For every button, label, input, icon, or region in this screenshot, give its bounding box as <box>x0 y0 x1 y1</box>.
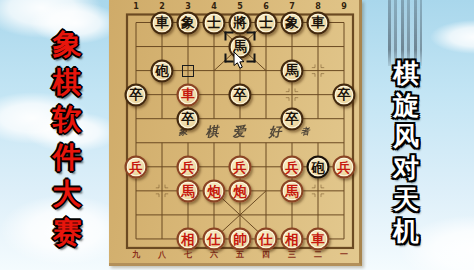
piece-black-soldier[interactable]: 卒 <box>333 83 356 106</box>
river-watermark-char: 者 <box>300 125 310 139</box>
event-title-char: 软 <box>45 101 89 139</box>
piece-red-horse[interactable]: 馬 <box>281 179 304 202</box>
column-label-red: 七 <box>184 251 192 259</box>
piece-glyph: 卒 <box>233 88 247 102</box>
piece-black-elephant[interactable]: 象 <box>281 11 304 34</box>
piece-red-elephant[interactable]: 相 <box>177 227 200 250</box>
piece-glyph: 兵 <box>129 160 143 174</box>
piece-glyph: 馬 <box>285 64 299 78</box>
piece-red-cannon[interactable]: 炮 <box>203 179 226 202</box>
piece-black-soldier[interactable]: 卒 <box>229 83 252 106</box>
piece-glyph: 砲 <box>155 64 169 78</box>
piece-glyph: 炮 <box>233 184 247 198</box>
column-label-black: 7 <box>289 3 295 11</box>
piece-black-chariot[interactable]: 車 <box>307 11 330 34</box>
piece-glyph: 仕 <box>207 232 221 246</box>
piece-red-soldier[interactable]: 兵 <box>177 155 200 178</box>
piece-glyph: 仕 <box>259 232 273 246</box>
piece-glyph: 馬 <box>285 184 299 198</box>
river-watermark-char: 好 <box>268 123 282 142</box>
event-title-banner: 象棋软件大赛 <box>45 26 89 251</box>
column-label-black: 2 <box>159 3 165 11</box>
piece-black-cannon[interactable]: 砲 <box>307 155 330 178</box>
event-title-char: 象 <box>45 26 89 64</box>
piece-black-soldier[interactable]: 卒 <box>281 107 304 130</box>
piece-red-advisor[interactable]: 仕 <box>203 227 226 250</box>
piece-red-soldier[interactable]: 兵 <box>333 155 356 178</box>
event-title-char: 赛 <box>45 214 89 252</box>
motion-blur-streaks <box>388 0 422 66</box>
piece-glyph: 車 <box>311 16 325 30</box>
piece-black-soldier[interactable]: 卒 <box>177 107 200 130</box>
piece-red-horse[interactable]: 馬 <box>177 179 200 202</box>
piece-glyph: 兵 <box>181 160 195 174</box>
piece-glyph: 馬 <box>181 184 195 198</box>
event-title-char: 大 <box>45 176 89 214</box>
piece-red-advisor[interactable]: 仕 <box>255 227 278 250</box>
piece-glyph: 車 <box>155 16 169 30</box>
match-title-char: 旋 <box>384 90 428 122</box>
mouse-cursor-icon <box>233 52 246 70</box>
piece-red-soldier[interactable]: 兵 <box>229 155 252 178</box>
piece-glyph: 象 <box>181 16 195 30</box>
piece-red-general[interactable]: 帥 <box>229 227 252 250</box>
cloud <box>430 20 474 54</box>
piece-black-chariot[interactable]: 車 <box>151 11 174 34</box>
column-label-black: 6 <box>263 3 269 11</box>
piece-glyph: 卒 <box>285 112 299 126</box>
piece-red-chariot[interactable]: 車 <box>177 83 200 106</box>
piece-glyph: 士 <box>207 16 221 30</box>
piece-glyph: 兵 <box>337 160 351 174</box>
piece-black-elephant[interactable]: 象 <box>177 11 200 34</box>
piece-glyph: 砲 <box>311 160 325 174</box>
piece-glyph: 兵 <box>285 160 299 174</box>
piece-black-soldier[interactable]: 卒 <box>125 83 148 106</box>
event-title-char: 棋 <box>45 64 89 102</box>
video-frame: 象棋软件大赛 棋旋风对天机 123456789九八七六五四三二一 象棋爱好者 車… <box>0 0 474 270</box>
piece-glyph: 士 <box>259 16 273 30</box>
piece-glyph: 將 <box>233 16 247 30</box>
column-label-black: 8 <box>315 3 321 11</box>
piece-glyph: 車 <box>311 232 325 246</box>
piece-glyph: 帥 <box>233 232 247 246</box>
column-label-red: 八 <box>158 251 166 259</box>
column-label-red: 三 <box>288 251 296 259</box>
piece-glyph: 車 <box>181 88 195 102</box>
column-label-red: 九 <box>132 251 140 259</box>
piece-glyph: 象 <box>285 16 299 30</box>
river-watermark-char: 爱 <box>232 123 246 142</box>
piece-red-cannon[interactable]: 炮 <box>229 179 252 202</box>
piece-glyph: 相 <box>181 232 195 246</box>
column-label-red: 二 <box>314 251 322 259</box>
piece-glyph: 相 <box>285 232 299 246</box>
match-title-char: 机 <box>384 216 428 248</box>
column-label-black: 3 <box>185 3 191 11</box>
match-title-banner: 棋旋风对天机 <box>384 58 428 247</box>
piece-black-horse[interactable]: 馬 <box>281 59 304 82</box>
column-label-black: 9 <box>341 3 347 11</box>
river-watermark-char: 棋 <box>205 123 219 142</box>
piece-glyph: 炮 <box>207 184 221 198</box>
piece-red-elephant[interactable]: 相 <box>281 227 304 250</box>
piece-black-advisor[interactable]: 士 <box>255 11 278 34</box>
column-label-black: 4 <box>211 3 217 11</box>
column-label-red: 六 <box>210 251 218 259</box>
piece-glyph: 卒 <box>181 112 195 126</box>
xiangqi-board[interactable]: 123456789九八七六五四三二一 象棋爱好者 車象士將士象車馬砲馬卒卒卒卒卒… <box>109 0 362 266</box>
piece-black-advisor[interactable]: 士 <box>203 11 226 34</box>
piece-black-cannon[interactable]: 砲 <box>151 59 174 82</box>
piece-glyph: 兵 <box>233 160 247 174</box>
piece-red-soldier[interactable]: 兵 <box>281 155 304 178</box>
match-title-char: 天 <box>384 184 428 216</box>
column-label-red: 四 <box>262 251 270 259</box>
piece-glyph: 卒 <box>337 88 351 102</box>
piece-red-soldier[interactable]: 兵 <box>125 155 148 178</box>
match-title-char: 风 <box>384 121 428 153</box>
event-title-char: 件 <box>45 139 89 177</box>
move-from-marker <box>182 65 194 77</box>
column-label-black: 1 <box>133 3 139 11</box>
column-label-red: 一 <box>340 251 348 259</box>
piece-red-chariot[interactable]: 車 <box>307 227 330 250</box>
column-label-black: 5 <box>237 3 243 11</box>
match-title-char: 对 <box>384 153 428 185</box>
match-title-char: 棋 <box>384 58 428 90</box>
piece-glyph: 卒 <box>129 88 143 102</box>
column-label-red: 五 <box>236 251 244 259</box>
